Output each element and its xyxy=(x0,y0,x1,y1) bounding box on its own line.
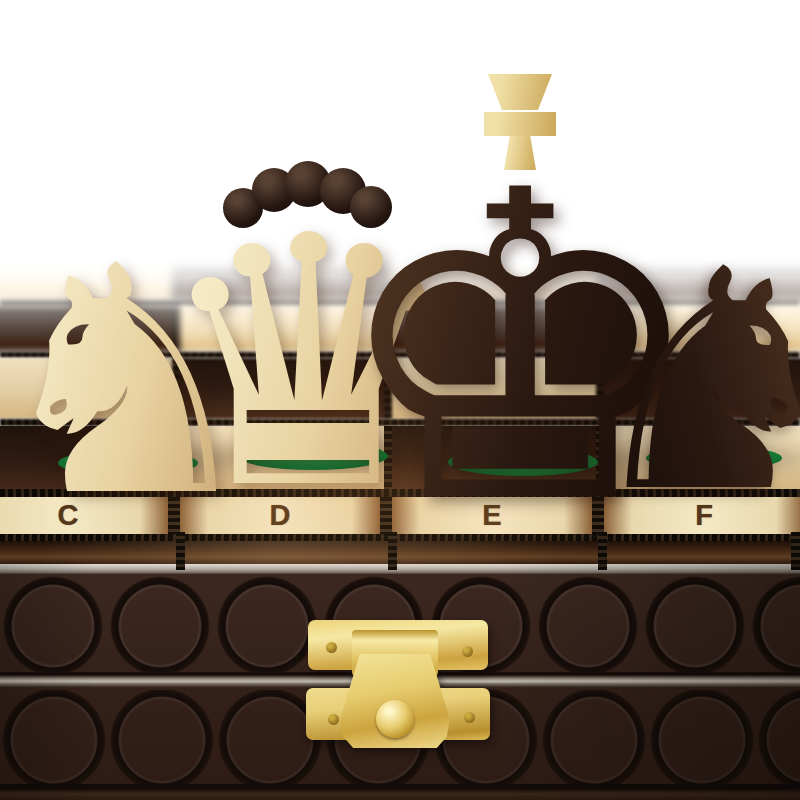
king-cross-bar xyxy=(484,112,556,136)
black-knight-f1[interactable]: ♞ xyxy=(616,230,800,470)
latch-screw xyxy=(328,714,339,725)
latch-screw xyxy=(462,646,473,657)
king-cross-stem xyxy=(504,136,536,170)
latch-knob[interactable] xyxy=(376,700,414,738)
latch-screw xyxy=(464,712,475,723)
chess-set-photo: C D E F ♞ ♛ ♚ ♞ xyxy=(0,0,800,800)
king-cross-top xyxy=(488,74,552,110)
box-bottom-edge xyxy=(0,784,800,800)
latch-screw xyxy=(326,642,337,653)
brass-latch[interactable] xyxy=(300,614,496,748)
queen-crown-ball xyxy=(350,186,392,228)
king-finial-cross xyxy=(482,74,558,170)
black-knight-glyph: ♞ xyxy=(577,229,800,534)
